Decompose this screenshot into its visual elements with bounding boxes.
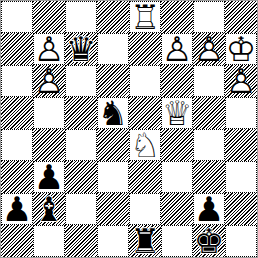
square-e1[interactable]: ♜ [129,225,161,257]
piece-white-outline: ♙ [33,65,65,97]
square-g4[interactable] [193,129,225,161]
square-g1[interactable]: ♚ [193,225,225,257]
piece-bQ-c7: ♛ [65,33,97,65]
square-b2[interactable]: ♝ [33,193,65,225]
chess-diagram-frame: ♜♖♟♙♛♟♙♟♙♚♔♟♙♟♙♞♛♕♞♘♟♟♝♟♜♚ [0,0,258,258]
square-c3[interactable] [65,161,97,193]
square-c5[interactable] [65,97,97,129]
piece-bR-e1: ♜ [129,225,161,257]
piece-white-outline: ♘ [129,129,161,161]
square-e7[interactable] [129,33,161,65]
square-c6[interactable] [65,65,97,97]
square-g6[interactable] [193,65,225,97]
piece-wP-h6: ♟♙ [225,65,257,97]
square-f7[interactable]: ♟♙ [161,33,193,65]
square-a8[interactable] [1,1,33,33]
square-d4[interactable] [97,129,129,161]
square-g7[interactable]: ♟♙ [193,33,225,65]
square-e4[interactable]: ♞♘ [129,129,161,161]
square-f5[interactable]: ♛♕ [161,97,193,129]
square-g5[interactable] [193,97,225,129]
square-h3[interactable] [225,161,257,193]
piece-wQ-f5: ♛♕ [161,97,193,129]
piece-white-outline: ♙ [225,65,257,97]
square-d5[interactable]: ♞ [97,97,129,129]
piece-bP-a2: ♟ [1,193,33,225]
square-b6[interactable]: ♟♙ [33,65,65,97]
square-h4[interactable] [225,129,257,161]
square-a1[interactable] [1,225,33,257]
square-f2[interactable] [161,193,193,225]
piece-white-outline: ♕ [161,97,193,129]
piece-wP-b6: ♟♙ [33,65,65,97]
piece-bK-g1: ♚ [193,225,225,257]
square-f1[interactable] [161,225,193,257]
piece-wN-e4: ♞♘ [129,129,161,161]
square-a5[interactable] [1,97,33,129]
square-h6[interactable]: ♟♙ [225,65,257,97]
square-h1[interactable] [225,225,257,257]
square-b5[interactable] [33,97,65,129]
square-c7[interactable]: ♛ [65,33,97,65]
square-a2[interactable]: ♟ [1,193,33,225]
square-e6[interactable] [129,65,161,97]
piece-bN-d5: ♞ [97,97,129,129]
piece-wR-e8: ♜♖ [129,1,161,33]
square-d3[interactable] [97,161,129,193]
piece-white-outline: ♙ [161,33,193,65]
square-d8[interactable] [97,1,129,33]
square-a7[interactable] [1,33,33,65]
chess-board: ♜♖♟♙♛♟♙♟♙♚♔♟♙♟♙♞♛♕♞♘♟♟♝♟♜♚ [1,1,257,257]
square-d2[interactable] [97,193,129,225]
square-d1[interactable] [97,225,129,257]
piece-wP-g7: ♟♙ [193,33,225,65]
square-f4[interactable] [161,129,193,161]
square-f3[interactable] [161,161,193,193]
square-e8[interactable]: ♜♖ [129,1,161,33]
square-c1[interactable] [65,225,97,257]
square-b1[interactable] [33,225,65,257]
square-c2[interactable] [65,193,97,225]
square-d7[interactable] [97,33,129,65]
piece-wP-f7: ♟♙ [161,33,193,65]
piece-white-outline: ♖ [129,1,161,33]
square-a4[interactable] [1,129,33,161]
square-h2[interactable] [225,193,257,225]
square-h5[interactable] [225,97,257,129]
piece-bB-b2: ♝ [33,193,65,225]
piece-white-outline: ♙ [193,33,225,65]
square-e3[interactable] [129,161,161,193]
square-c4[interactable] [65,129,97,161]
square-a6[interactable] [1,65,33,97]
